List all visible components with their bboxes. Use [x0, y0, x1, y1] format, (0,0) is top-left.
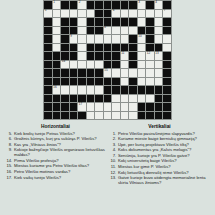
cell-r8c14[interactable]	[155, 61, 163, 69]
clue-number-3: 3	[138, 1, 140, 5]
cell-r10c2	[53, 78, 61, 86]
clue-num-label: 6.	[5, 136, 14, 141]
clue-num-label: 15.	[5, 163, 14, 168]
clue-text: Gatvė kurioje buvo atidengta memorialinė…	[118, 175, 210, 185]
cell-r10c4	[70, 78, 78, 86]
cell-r2c4[interactable]	[70, 10, 78, 18]
cell-r7c9	[112, 52, 120, 60]
across-clue-5: 5.Kiek brolių turėjo Petras Vileišis?	[5, 131, 106, 136]
cell-r9c15	[163, 69, 171, 77]
cell-r11c2[interactable]: 16	[53, 86, 61, 94]
cell-r9c10[interactable]	[121, 69, 129, 77]
clue-text: Koks dokumentas yra „Kalvis melagis“?	[118, 147, 210, 152]
cell-r12c9[interactable]	[112, 95, 120, 103]
cell-r5c2[interactable]	[53, 35, 61, 43]
cell-r13c13	[146, 103, 154, 111]
across-clue-17: 17.Kiek vaikų turėjo Vileišis?	[5, 175, 106, 180]
clue-text: Kiek brolių turėjo Petras Vileišis?	[14, 131, 106, 136]
cell-r4c8[interactable]: 8	[104, 27, 112, 35]
cell-r13c3	[61, 103, 69, 111]
cell-r9c11[interactable]	[129, 69, 137, 77]
down-clue-list: 1.Petro Vileišio pasirašinėjimo slapyvar…	[109, 131, 210, 186]
cell-r11c8	[104, 86, 112, 94]
cell-r8c5[interactable]	[78, 61, 86, 69]
cell-r12c10[interactable]	[121, 95, 129, 103]
cell-r3c7	[95, 18, 103, 26]
clue-num-label: 17.	[5, 175, 14, 180]
clue-num-label: 1.	[109, 131, 118, 136]
cell-r14c8[interactable]	[104, 112, 112, 120]
cell-r7c6	[87, 52, 95, 60]
clue-num-label: 7.	[109, 153, 118, 158]
cell-r5c3	[61, 35, 69, 43]
cell-r5c13	[146, 35, 154, 43]
cell-r9c7	[95, 69, 103, 77]
cell-r8c12[interactable]	[138, 61, 146, 69]
cell-r14c6[interactable]	[87, 112, 95, 120]
across-clues-column: Horizontaliai 5.Kiek brolių turėjo Petra…	[5, 122, 106, 186]
cell-r10c10[interactable]	[121, 78, 129, 86]
clue-number-4: 4	[155, 1, 157, 5]
clue-number-8: 8	[104, 26, 106, 30]
cell-r3c6	[87, 18, 95, 26]
cell-r14c9[interactable]	[112, 112, 120, 120]
cell-r10c7	[95, 78, 103, 86]
cell-r10c1	[44, 78, 52, 86]
cell-r12c1	[44, 95, 52, 103]
cell-r11c12	[138, 86, 146, 94]
clue-number-17: 17	[79, 103, 82, 107]
cell-r10c6	[87, 78, 95, 86]
cell-r4c3	[61, 27, 69, 35]
cell-r3c4	[70, 18, 78, 26]
cell-r6c5[interactable]	[78, 44, 86, 52]
cell-r14c2	[53, 112, 61, 120]
down-clue-12: 12.Kokį lietuvišką dienraštį rėmė Vileiš…	[109, 170, 210, 175]
cell-r14c11[interactable]	[129, 112, 137, 120]
cell-r2c8	[104, 10, 112, 18]
cell-r14c14	[155, 112, 163, 120]
cell-r1c2[interactable]: 1	[53, 1, 61, 9]
cell-r8c9	[112, 61, 120, 69]
clue-number-16: 16	[53, 86, 56, 90]
cell-r14c7[interactable]	[95, 112, 103, 120]
cell-r2c6[interactable]	[87, 10, 95, 18]
cell-r12c5	[78, 95, 86, 103]
cell-r6c13	[146, 44, 154, 52]
cell-r10c8	[104, 78, 112, 86]
clue-text: Grožinis kūrinys, kurį yra sukūręs P. Vi…	[14, 136, 106, 141]
cell-r1c11	[129, 1, 137, 9]
clue-text: Upė, per kurią projektavo Vileišis tiltą…	[118, 142, 210, 147]
cell-r11c11	[129, 86, 137, 94]
cell-r7c10[interactable]: 11	[121, 52, 129, 60]
across-clue-list: 5.Kiek brolių turėjo Petras Vileišis?6.G…	[5, 131, 106, 180]
clue-num-label: 4.	[109, 147, 118, 152]
cell-r5c14[interactable]	[155, 35, 163, 43]
cell-r8c2	[53, 61, 61, 69]
cell-r5c11	[129, 35, 137, 43]
cell-r9c12[interactable]	[138, 69, 146, 77]
clue-num-label: 11.	[109, 164, 118, 169]
cell-r12c8	[104, 95, 112, 103]
cell-r9c13[interactable]	[146, 69, 154, 77]
cell-r2c7	[95, 10, 103, 18]
cell-r5c7[interactable]	[95, 35, 103, 43]
clue-number-11: 11	[121, 52, 124, 56]
cell-r2c11[interactable]	[129, 10, 137, 18]
clue-num-label: 5.	[5, 131, 14, 136]
cell-r1c4	[70, 1, 78, 9]
cell-r13c8[interactable]	[104, 103, 112, 111]
clue-number-9: 9	[70, 35, 72, 39]
cell-r10c15	[163, 78, 171, 86]
clue-number-1: 1	[53, 1, 55, 5]
clue-number-13: 13	[155, 52, 158, 56]
cell-r11c5[interactable]	[78, 86, 86, 94]
cell-r13c2	[53, 103, 61, 111]
cell-r11c1	[44, 86, 52, 94]
cell-r10c14[interactable]	[155, 78, 163, 86]
cell-r5c1	[44, 35, 52, 43]
cell-r2c1[interactable]: 5	[44, 10, 52, 18]
cell-r10c9	[112, 78, 120, 86]
clue-text: Miestas kur gimė P. Vileišis?	[118, 164, 210, 169]
cell-r2c3[interactable]	[61, 10, 69, 18]
cell-r13c10[interactable]	[121, 103, 129, 111]
cell-r12c12[interactable]	[138, 95, 146, 103]
clue-text: Miestas kuriame yra Petro Vileišio tilta…	[14, 163, 106, 168]
clue-number-12: 12	[147, 52, 150, 56]
cell-r1c12[interactable]: 3	[138, 1, 146, 9]
crossword-grid: 1234567891011121314151617	[43, 0, 172, 120]
cell-r7c2	[53, 52, 61, 60]
cell-r9c3	[61, 69, 69, 77]
across-header: Horizontaliai	[5, 124, 106, 129]
cell-r12c2	[53, 95, 61, 103]
cell-r6c7	[95, 44, 103, 52]
cell-r4c15	[163, 27, 171, 35]
cell-r11c6[interactable]	[87, 86, 95, 94]
cell-r1c3	[61, 1, 69, 9]
cell-r10c5	[78, 78, 86, 86]
cell-r13c9[interactable]	[112, 103, 120, 111]
clues-section: Horizontaliai 5.Kiek brolių turėjo Petra…	[0, 120, 215, 186]
cell-r12c7	[95, 95, 103, 103]
cell-r4c13	[146, 27, 154, 35]
down-clues-column: Vertikaliai 1.Petro Vileišio pasirašinėj…	[109, 122, 210, 186]
clue-text: Kokioje bažnyčioje Vileišis organizavo l…	[14, 147, 106, 157]
cell-r1c14[interactable]: 4	[155, 1, 163, 9]
cell-r3c9	[112, 18, 120, 26]
cell-r10c11	[129, 78, 137, 86]
cell-r6c14	[155, 44, 163, 52]
cell-r9c5	[78, 69, 86, 77]
cell-r12c14	[155, 95, 163, 103]
clue-num-label: 3.	[109, 142, 118, 147]
cell-r3c10	[121, 18, 129, 26]
cell-r6c3	[61, 44, 69, 52]
cell-r1c13	[146, 1, 154, 9]
across-clue-15: 15.Miestas kuriame yra Petro Vileišio ti…	[5, 163, 106, 168]
cell-r4c2[interactable]	[53, 27, 61, 35]
cell-r13c6[interactable]	[87, 103, 95, 111]
clue-number-6: 6	[113, 9, 115, 13]
cell-r9c1	[44, 69, 52, 77]
clue-num-label: 12.	[109, 170, 118, 175]
cell-r3c1	[44, 18, 52, 26]
cell-r6c15[interactable]	[163, 44, 171, 52]
cell-r8c7[interactable]	[95, 61, 103, 69]
cell-r8c1	[44, 61, 52, 69]
cell-r14c4	[70, 112, 78, 120]
crossword-page: 1234567891011121314151617 Horizontaliai …	[0, 0, 215, 215]
cell-r5c12[interactable]: 10	[138, 35, 146, 43]
clue-text: Petro Vileišio pasirašinėjimo slapyvardi…	[118, 131, 210, 136]
clue-number-7: 7	[164, 9, 166, 13]
down-clue-2: 2.Kuriame mieste baigė berniukų gimnazij…	[109, 136, 210, 141]
cell-r13c12	[138, 103, 146, 111]
clue-text: Kas yra „Vilniaus žinios“?	[14, 142, 106, 147]
clue-text: Pirma Vileišio profesija?	[14, 158, 106, 163]
cell-r7c1	[44, 52, 52, 60]
cell-r13c4	[70, 103, 78, 111]
across-clue-16: 16.Petro Vileišio motinos vardas?	[5, 169, 106, 174]
cell-r8c3[interactable]: 14	[61, 61, 69, 69]
cell-r11c4[interactable]	[70, 86, 78, 94]
cell-r3c12[interactable]	[138, 18, 146, 26]
cell-r11c7[interactable]	[95, 86, 103, 94]
cell-r8c13[interactable]	[146, 61, 154, 69]
cell-r10c12[interactable]	[138, 78, 146, 86]
cell-r9c4	[70, 69, 78, 77]
grid-wrapper: 1234567891011121314151617	[0, 0, 215, 120]
clue-num-label: 16.	[5, 169, 14, 174]
clue-num-label: 10.	[109, 158, 118, 163]
cell-r8c11	[129, 61, 137, 69]
cell-r4c4	[70, 27, 78, 35]
clue-number-5: 5	[45, 9, 47, 13]
cell-r3c13	[146, 18, 154, 26]
down-clue-10: 10.Kokį universitetą baigė Vileišis?	[109, 158, 210, 163]
cell-r10c13[interactable]	[146, 78, 154, 86]
cell-r4c14[interactable]	[155, 27, 163, 35]
cell-r4c7	[95, 27, 103, 35]
cell-r2c5[interactable]	[78, 10, 86, 18]
cell-r4c11[interactable]	[129, 27, 137, 35]
cell-r8c4[interactable]	[70, 61, 78, 69]
cell-r8c6[interactable]	[87, 61, 95, 69]
cell-r7c5[interactable]	[78, 52, 86, 60]
clue-text: Kokį lietuvišką dienraštį rėmė Vileišis?	[118, 170, 210, 175]
down-clue-13: 13.Gatvė kurioje buvo atidengta memorial…	[109, 175, 210, 185]
cell-r2c14[interactable]	[155, 10, 163, 18]
cell-r11c3[interactable]	[61, 86, 69, 94]
cell-r4c12	[138, 27, 146, 35]
cell-r11c14	[155, 86, 163, 94]
cell-r12c3	[61, 95, 69, 103]
cell-r5c10[interactable]	[121, 35, 129, 43]
clue-text: Seniūnija, kurioje yra P. Vileišio gatvė…	[118, 153, 210, 158]
cell-r4c10[interactable]	[121, 27, 129, 35]
cell-r1c10	[121, 1, 129, 9]
cell-r12c15	[163, 95, 171, 103]
cell-r7c12[interactable]	[138, 52, 146, 60]
cell-r8c15	[163, 61, 171, 69]
cell-r13c5[interactable]: 17	[78, 103, 86, 111]
clue-text: Petro Vileišio motinos vardas?	[14, 169, 106, 174]
cell-r2c13[interactable]	[146, 10, 154, 18]
cell-r5c6[interactable]	[87, 35, 95, 43]
cell-r5c4[interactable]: 9	[70, 35, 78, 43]
cell-r14c10[interactable]	[121, 112, 129, 120]
cell-r3c5[interactable]	[78, 18, 86, 26]
cell-r13c15	[163, 103, 171, 111]
cell-r7c13[interactable]: 12	[146, 52, 154, 60]
cell-r1c5[interactable]: 2	[78, 1, 86, 9]
cell-r13c11[interactable]	[129, 103, 137, 111]
cell-r14c15	[163, 112, 171, 120]
cell-r4c9[interactable]	[112, 27, 120, 35]
cell-r12c11[interactable]	[129, 95, 137, 103]
cell-r6c4	[70, 44, 78, 52]
clue-number-2: 2	[79, 1, 81, 5]
cell-r6c2[interactable]	[53, 44, 61, 52]
cell-r13c1	[44, 103, 52, 111]
cell-r3c2[interactable]	[53, 18, 61, 26]
cell-r11c9	[112, 86, 120, 94]
cell-r2c9[interactable]: 6	[112, 10, 120, 18]
cell-r6c10	[121, 44, 129, 52]
cell-r6c1	[44, 44, 52, 52]
cell-r1c6	[87, 1, 95, 9]
cell-r12c13[interactable]	[146, 95, 154, 103]
cell-r7c8	[104, 52, 112, 60]
cell-r6c6	[87, 44, 95, 52]
cell-r2c10[interactable]	[121, 10, 129, 18]
cell-r11c13	[146, 86, 154, 94]
cell-r3c15	[163, 18, 171, 26]
cell-r3c3	[61, 18, 69, 26]
cell-r9c6	[87, 69, 95, 77]
cell-r1c7	[95, 1, 103, 9]
cell-r7c11	[129, 52, 137, 60]
cell-r4c6	[87, 27, 95, 35]
cell-r6c12[interactable]	[138, 44, 146, 52]
cell-r9c9[interactable]	[112, 69, 120, 77]
cell-r5c8[interactable]	[104, 35, 112, 43]
cell-r6c11	[129, 44, 137, 52]
down-clue-4: 4.Koks dokumentas yra „Kalvis melagis“?	[109, 147, 210, 152]
cell-r2c15[interactable]: 7	[163, 10, 171, 18]
down-clue-11: 11.Miestas kur gimė P. Vileišis?	[109, 164, 210, 169]
cell-r9c2	[53, 69, 61, 77]
cell-r14c13	[146, 112, 154, 120]
cell-r5c15[interactable]	[163, 35, 171, 43]
cell-r14c1	[44, 112, 52, 120]
cell-r14c3	[61, 112, 69, 120]
clue-number-15: 15	[104, 69, 107, 73]
clue-text: Kokį universitetą baigė Vileišis?	[118, 158, 210, 163]
cell-r14c5	[78, 112, 86, 120]
clue-number-10: 10	[138, 35, 141, 39]
cell-r7c7	[95, 52, 103, 60]
cell-r14c12	[138, 112, 146, 120]
cell-r5c9[interactable]	[112, 35, 120, 43]
clue-num-label: 13.	[109, 175, 118, 185]
cell-r4c1	[44, 27, 52, 35]
cell-r8c10[interactable]	[121, 61, 129, 69]
down-clue-1: 1.Petro Vileišio pasirašinėjimo slapyvar…	[109, 131, 210, 136]
cell-r6c8	[104, 44, 112, 52]
cell-r6c9	[112, 44, 120, 52]
across-clue-9: 9.Kokioje bažnyčioje Vileišis organizavo…	[5, 147, 106, 157]
clue-num-label: 8.	[5, 142, 14, 147]
cell-r9c14[interactable]	[155, 69, 163, 77]
cell-r2c12[interactable]	[138, 10, 146, 18]
cell-r4c5[interactable]	[78, 27, 86, 35]
cell-r9c8[interactable]: 15	[104, 69, 112, 77]
down-header: Vertikaliai	[109, 124, 210, 129]
cell-r7c14[interactable]: 13	[155, 52, 163, 60]
cell-r12c4	[70, 95, 78, 103]
clue-num-label: 9.	[5, 147, 14, 157]
cell-r8c8	[104, 61, 112, 69]
cell-r13c14	[155, 103, 163, 111]
across-clue-14: 14.Pirma Vileišio profesija?	[5, 158, 106, 163]
down-clue-7: 7.Seniūnija, kurioje yra P. Vileišio gat…	[109, 153, 210, 158]
cell-r10c3	[61, 78, 69, 86]
cell-r3c11	[129, 18, 137, 26]
cell-r12c6	[87, 95, 95, 103]
down-clue-3: 3.Upė, per kurią projektavo Vileišis til…	[109, 142, 210, 147]
cell-r1c8	[104, 1, 112, 9]
clue-number-14: 14	[62, 60, 65, 64]
clue-num-label: 14.	[5, 158, 14, 163]
clue-num-label: 2.	[109, 136, 118, 141]
cell-r11c15	[163, 86, 171, 94]
clue-text: Kiek vaikų turėjo Vileišis?	[14, 175, 106, 180]
cell-r7c15	[163, 52, 171, 60]
clue-text: Kuriame mieste baigė berniukų gimnaziją?	[118, 136, 210, 141]
cell-r7c4	[70, 52, 78, 60]
cell-r11c10	[121, 86, 129, 94]
cell-r3c14[interactable]	[155, 18, 163, 26]
across-clue-8: 8.Kas yra „Vilniaus žinios“?	[5, 142, 106, 147]
cell-r5c5[interactable]	[78, 35, 86, 43]
cell-r2c2[interactable]	[53, 10, 61, 18]
across-clue-6: 6.Grožinis kūrinys, kurį yra sukūręs P. …	[5, 136, 106, 141]
cell-r13c7[interactable]	[95, 103, 103, 111]
